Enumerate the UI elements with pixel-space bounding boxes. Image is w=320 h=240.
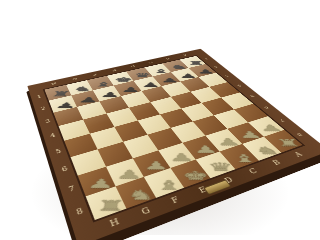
square[interactable] [171,121,206,142]
piece-wp[interactable]: ♟ [168,152,197,163]
piece-wp[interactable]: ♟ [215,137,244,147]
piece-bq[interactable]: ♛ [132,72,153,78]
piece-wp[interactable]: ♟ [114,169,145,181]
piece-wp[interactable]: ♟ [85,177,118,190]
piece-bp[interactable]: ♟ [196,69,217,75]
piece-bb[interactable]: ♝ [92,81,115,87]
square[interactable]: ♟ [182,136,219,160]
piece-br[interactable]: ♜ [186,60,206,65]
piece-bp[interactable]: ♟ [53,102,79,109]
chess-board[interactable]: ♜♞♝♚♛♝♞♜♟♟♟♟♟♟♟♟♟♟♟♟♟♟♟♟♜♞♝♚♛♝♞♜ HGFEDCB… [27,49,320,240]
square[interactable]: ♟ [205,129,242,152]
piece-wp[interactable]: ♟ [257,124,286,133]
square[interactable] [193,115,228,135]
piece-bp[interactable]: ♟ [98,91,122,98]
piece-bn[interactable]: ♞ [169,64,189,69]
piece-bb[interactable]: ♝ [151,68,171,74]
piece-wp[interactable]: ♟ [142,160,171,171]
square[interactable] [98,142,133,167]
square[interactable] [114,121,147,142]
square[interactable]: ♟ [133,150,171,177]
piece-bp[interactable]: ♟ [76,96,101,103]
piece-bp[interactable]: ♟ [140,82,162,88]
piece-bp[interactable]: ♟ [160,77,181,83]
piece-wn[interactable]: ♞ [252,145,283,155]
piece-wp[interactable]: ♟ [192,144,221,154]
square[interactable]: ♟ [227,122,264,144]
product-photo: ♜♞♝♚♛♝♞♜♟♟♟♟♟♟♟♟♟♟♟♟♟♟♟♟♜♞♝♚♛♝♞♜ HGFEDCB… [0,0,320,240]
piece-wn[interactable]: ♞ [124,188,156,202]
square[interactable] [138,114,171,134]
square[interactable] [83,114,114,134]
square[interactable] [90,127,123,149]
square[interactable]: ♞ [242,137,281,161]
square[interactable]: ♟ [106,158,144,186]
square[interactable] [147,128,182,151]
perspective-scene: ♜♞♝♚♛♝♞♜♟♟♟♟♟♟♟♟♟♟♟♟♟♟♟♟♜♞♝♚♛♝♞♜ HGFEDCB… [0,0,320,240]
piece-wp[interactable]: ♟ [236,130,265,139]
piece-br[interactable]: ♜ [48,91,73,98]
piece-bn[interactable]: ♞ [71,86,95,92]
square[interactable]: ♟ [158,143,195,168]
piece-bp[interactable]: ♟ [120,86,143,92]
square[interactable] [123,135,158,159]
piece-bk[interactable]: ♚ [112,77,134,83]
piece-bp[interactable]: ♟ [178,73,199,79]
